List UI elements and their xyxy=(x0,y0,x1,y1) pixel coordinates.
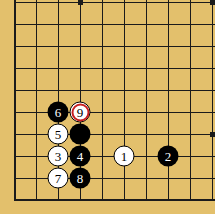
grid-line-horizontal xyxy=(14,24,215,25)
grid-line-horizontal xyxy=(14,2,215,3)
star-point xyxy=(78,0,83,5)
move-number: 9 xyxy=(77,106,84,119)
board-edge-line-left xyxy=(14,0,16,201)
move-number: 3 xyxy=(55,150,62,163)
move-number: 2 xyxy=(165,150,172,163)
board-edge-line-bottom xyxy=(14,199,215,201)
stone-white-1: 1 xyxy=(114,146,135,167)
star-point xyxy=(210,0,215,5)
grid-line-horizontal xyxy=(14,178,215,179)
stone-white-5: 5 xyxy=(48,124,69,145)
stone-black-unnumbered xyxy=(70,124,91,145)
grid-line-horizontal xyxy=(14,46,215,47)
grid-line-vertical xyxy=(212,0,213,201)
stone-black-6: 6 xyxy=(48,102,69,123)
grid-line-vertical xyxy=(124,0,125,201)
stone-black-2: 2 xyxy=(158,146,179,167)
go-board-diagram: 123456789 xyxy=(0,0,215,214)
stone-black-4: 4 xyxy=(70,146,91,167)
move-number: 8 xyxy=(77,172,84,185)
grid-line-vertical xyxy=(102,0,103,201)
move-number: 6 xyxy=(55,106,62,119)
stone-white-9: 9 xyxy=(70,102,91,123)
grid-line-horizontal xyxy=(14,112,215,113)
grid-line-horizontal xyxy=(14,134,215,135)
grid-line-vertical xyxy=(146,0,147,201)
stone-black-8: 8 xyxy=(70,168,91,189)
move-number: 1 xyxy=(121,150,128,163)
grid-line-vertical xyxy=(168,0,169,201)
move-number: 5 xyxy=(55,128,62,141)
stone-white-3: 3 xyxy=(48,146,69,167)
move-number: 4 xyxy=(77,150,84,163)
star-point xyxy=(210,132,215,137)
go-board[interactable]: 123456789 xyxy=(0,0,215,214)
stone-white-7: 7 xyxy=(48,168,69,189)
grid-line-vertical xyxy=(36,0,37,201)
grid-line-vertical xyxy=(190,0,191,201)
grid-line-horizontal xyxy=(14,90,215,91)
move-number: 7 xyxy=(55,172,62,185)
grid-line-horizontal xyxy=(14,68,215,69)
